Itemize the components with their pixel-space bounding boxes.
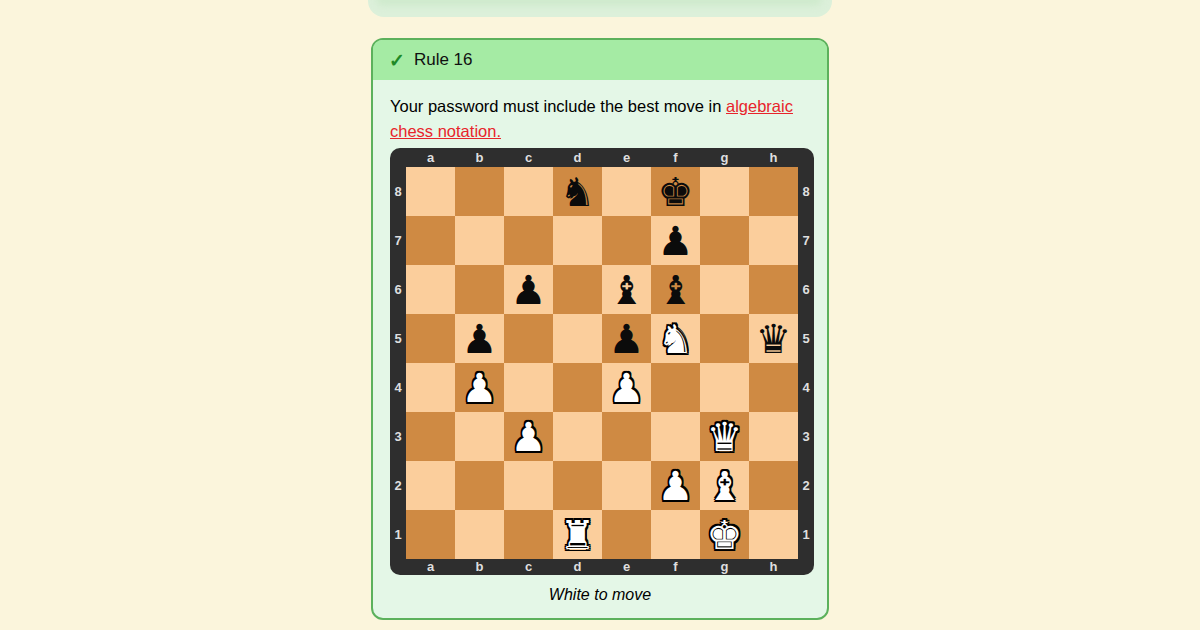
rank-label-right-8: 8: [798, 167, 814, 216]
black-queen-h5: ♛: [749, 314, 798, 363]
square-c4: [504, 363, 553, 412]
white-pawn-c3: ♟: [504, 412, 553, 461]
rule-title: Rule 16: [414, 50, 473, 70]
square-d1: ♜: [553, 510, 602, 559]
square-c8: [504, 167, 553, 216]
rule-header: ✓ Rule 16: [373, 40, 827, 80]
square-e3: [602, 412, 651, 461]
file-labels-top: abcdefgh: [406, 148, 798, 167]
rank-label-right-7: 7: [798, 216, 814, 265]
file-label-bottom-e: e: [602, 558, 651, 575]
square-h3: [749, 412, 798, 461]
file-label-top-h: h: [749, 148, 798, 167]
square-d2: [553, 461, 602, 510]
square-g3: ♛: [700, 412, 749, 461]
file-label-top-c: c: [504, 148, 553, 167]
square-f7: ♟: [651, 216, 700, 265]
square-h6: [749, 265, 798, 314]
rank-label-left-2: 2: [390, 461, 406, 510]
square-f4: [651, 363, 700, 412]
square-a2: [406, 461, 455, 510]
white-pawn-e4: ♟: [602, 363, 651, 412]
square-a3: [406, 412, 455, 461]
square-e8: [602, 167, 651, 216]
square-c1: [504, 510, 553, 559]
white-rook-d1: ♜: [553, 510, 602, 559]
square-d5: [553, 314, 602, 363]
file-label-bottom-f: f: [651, 558, 700, 575]
square-b6: [455, 265, 504, 314]
previous-card-content-blur: [376, 0, 822, 6]
square-e1: [602, 510, 651, 559]
square-b2: [455, 461, 504, 510]
board-grid: ♞♚♟♟♝♝♟♟♞♛♟♟♟♛♟♝♜♚: [406, 167, 798, 559]
file-label-top-a: a: [406, 148, 455, 167]
file-label-bottom-b: b: [455, 558, 504, 575]
check-icon: ✓: [389, 51, 405, 70]
black-pawn-f7: ♟: [651, 216, 700, 265]
square-e2: [602, 461, 651, 510]
square-f3: [651, 412, 700, 461]
previous-rule-card-fragment: [368, 0, 832, 17]
black-bishop-f6: ♝: [651, 265, 700, 314]
rank-label-right-5: 5: [798, 314, 814, 363]
square-g6: [700, 265, 749, 314]
square-h2: [749, 461, 798, 510]
chess-board: abcdefgh abcdefgh 87654321 87654321 ♞♚♟♟…: [390, 148, 814, 575]
square-g5: [700, 314, 749, 363]
rank-label-right-1: 1: [798, 510, 814, 559]
square-c3: ♟: [504, 412, 553, 461]
white-bishop-g2: ♝: [700, 461, 749, 510]
square-h4: [749, 363, 798, 412]
black-pawn-b5: ♟: [455, 314, 504, 363]
square-c7: [504, 216, 553, 265]
square-e6: ♝: [602, 265, 651, 314]
square-f6: ♝: [651, 265, 700, 314]
file-label-bottom-c: c: [504, 558, 553, 575]
black-king-f8: ♚: [651, 167, 700, 216]
rule-16-card: ✓ Rule 16 Your password must include the…: [371, 38, 829, 620]
black-knight-d8: ♞: [553, 167, 602, 216]
square-g7: [700, 216, 749, 265]
rank-label-left-5: 5: [390, 314, 406, 363]
square-g1: ♚: [700, 510, 749, 559]
square-d4: [553, 363, 602, 412]
file-label-top-e: e: [602, 148, 651, 167]
file-label-bottom-d: d: [553, 558, 602, 575]
square-f2: ♟: [651, 461, 700, 510]
rule-text-prefix: Your password must include the best move…: [390, 97, 726, 115]
white-knight-f5: ♞: [651, 314, 700, 363]
square-f1: [651, 510, 700, 559]
square-b5: ♟: [455, 314, 504, 363]
rank-label-right-4: 4: [798, 363, 814, 412]
rank-labels-right: 87654321: [798, 167, 814, 559]
black-pawn-e5: ♟: [602, 314, 651, 363]
square-h1: [749, 510, 798, 559]
rank-label-left-8: 8: [390, 167, 406, 216]
file-label-top-g: g: [700, 148, 749, 167]
file-label-bottom-h: h: [749, 558, 798, 575]
rank-labels-left: 87654321: [390, 167, 406, 559]
rank-label-left-3: 3: [390, 412, 406, 461]
file-label-top-f: f: [651, 148, 700, 167]
square-a6: [406, 265, 455, 314]
rank-label-left-7: 7: [390, 216, 406, 265]
square-a7: [406, 216, 455, 265]
square-b4: ♟: [455, 363, 504, 412]
file-label-bottom-a: a: [406, 558, 455, 575]
square-d3: [553, 412, 602, 461]
white-pawn-f2: ♟: [651, 461, 700, 510]
file-label-top-d: d: [553, 148, 602, 167]
square-d6: [553, 265, 602, 314]
square-d8: ♞: [553, 167, 602, 216]
square-a5: [406, 314, 455, 363]
square-e4: ♟: [602, 363, 651, 412]
white-king-g1: ♚: [700, 510, 749, 559]
square-e7: [602, 216, 651, 265]
side-to-move-caption: White to move: [373, 586, 827, 604]
square-g8: [700, 167, 749, 216]
black-pawn-c6: ♟: [504, 265, 553, 314]
rule-description: Your password must include the best move…: [390, 94, 811, 144]
white-queen-g3: ♛: [700, 412, 749, 461]
square-a8: [406, 167, 455, 216]
square-f5: ♞: [651, 314, 700, 363]
square-h7: [749, 216, 798, 265]
square-a1: [406, 510, 455, 559]
square-b7: [455, 216, 504, 265]
square-f8: ♚: [651, 167, 700, 216]
square-c6: ♟: [504, 265, 553, 314]
square-c2: [504, 461, 553, 510]
file-label-bottom-g: g: [700, 558, 749, 575]
square-d7: [553, 216, 602, 265]
file-label-top-b: b: [455, 148, 504, 167]
rank-label-left-4: 4: [390, 363, 406, 412]
rank-label-right-6: 6: [798, 265, 814, 314]
square-e5: ♟: [602, 314, 651, 363]
square-g2: ♝: [700, 461, 749, 510]
square-h8: [749, 167, 798, 216]
file-labels-bottom: abcdefgh: [406, 558, 798, 575]
square-a4: [406, 363, 455, 412]
rank-label-right-2: 2: [798, 461, 814, 510]
square-b8: [455, 167, 504, 216]
square-h5: ♛: [749, 314, 798, 363]
square-g4: [700, 363, 749, 412]
black-bishop-e6: ♝: [602, 265, 651, 314]
square-c5: [504, 314, 553, 363]
square-b1: [455, 510, 504, 559]
square-b3: [455, 412, 504, 461]
rank-label-left-6: 6: [390, 265, 406, 314]
white-pawn-b4: ♟: [455, 363, 504, 412]
rank-label-right-3: 3: [798, 412, 814, 461]
rank-label-left-1: 1: [390, 510, 406, 559]
